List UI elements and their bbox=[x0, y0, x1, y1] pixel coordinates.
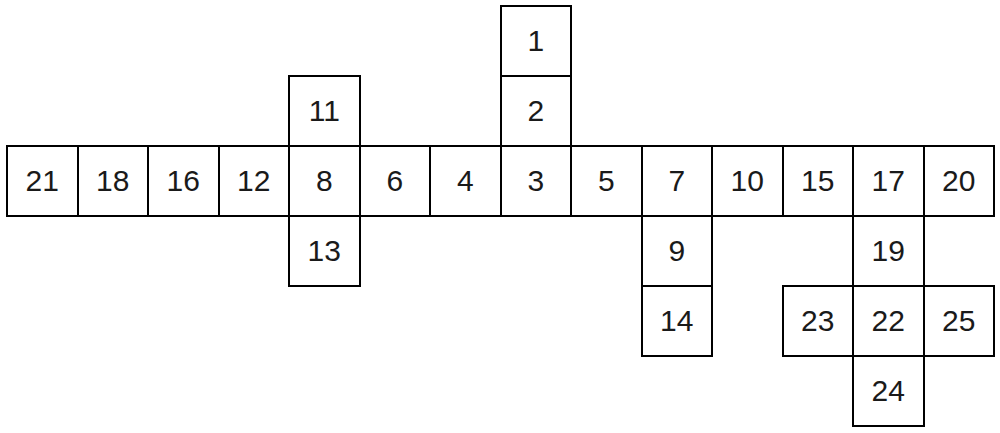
cell-14[interactable]: 14 bbox=[641, 285, 714, 357]
cell-8[interactable]: 8 bbox=[288, 145, 361, 217]
cell-17[interactable]: 17 bbox=[852, 145, 925, 217]
cell-20[interactable]: 20 bbox=[923, 145, 996, 217]
cell-13[interactable]: 13 bbox=[288, 215, 361, 287]
cell-10[interactable]: 10 bbox=[711, 145, 784, 217]
cell-16[interactable]: 16 bbox=[147, 145, 220, 217]
cell-19[interactable]: 19 bbox=[852, 215, 925, 287]
cell-18[interactable]: 18 bbox=[77, 145, 150, 217]
cell-4[interactable]: 4 bbox=[429, 145, 502, 217]
cell-6[interactable]: 6 bbox=[359, 145, 432, 217]
cell-21[interactable]: 21 bbox=[6, 145, 79, 217]
puzzle-board: 1234567891011121314151617181920212223242… bbox=[0, 0, 1000, 433]
cell-11[interactable]: 11 bbox=[288, 75, 361, 147]
cell-12[interactable]: 12 bbox=[218, 145, 291, 217]
cell-15[interactable]: 15 bbox=[782, 145, 855, 217]
cell-2[interactable]: 2 bbox=[500, 75, 573, 147]
cell-9[interactable]: 9 bbox=[641, 215, 714, 287]
cell-5[interactable]: 5 bbox=[570, 145, 643, 217]
cell-22[interactable]: 22 bbox=[852, 285, 925, 357]
cell-24[interactable]: 24 bbox=[852, 355, 925, 427]
cell-1[interactable]: 1 bbox=[500, 5, 573, 77]
cell-3[interactable]: 3 bbox=[500, 145, 573, 217]
cell-7[interactable]: 7 bbox=[641, 145, 714, 217]
cell-23[interactable]: 23 bbox=[782, 285, 855, 357]
cell-25[interactable]: 25 bbox=[923, 285, 996, 357]
